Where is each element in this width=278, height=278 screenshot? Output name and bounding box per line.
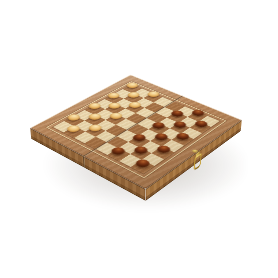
dark-checker bbox=[130, 133, 148, 143]
dark-checker bbox=[189, 109, 206, 118]
fold-seam-notch bbox=[83, 156, 85, 168]
square-d5 bbox=[126, 113, 147, 124]
light-checker bbox=[65, 124, 82, 133]
product-photo-scene bbox=[0, 0, 278, 278]
brass-clasp-icon bbox=[194, 151, 201, 169]
